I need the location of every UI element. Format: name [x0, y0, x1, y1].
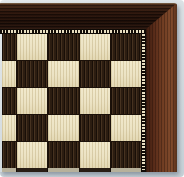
board-square-r3c2[interactable] — [17, 88, 47, 114]
board-square-r3c3[interactable] — [48, 88, 78, 114]
inlay-border-right — [141, 34, 146, 172]
board-frame-right-rail — [146, 3, 177, 172]
board-square-r3c4[interactable] — [80, 88, 110, 114]
board-square-r2c3[interactable] — [48, 61, 78, 87]
board-square-r1c1[interactable] — [2, 34, 16, 60]
board-square-r5c3[interactable] — [48, 142, 78, 168]
board-square-r4c3[interactable] — [48, 115, 78, 141]
board-edge-segment-5 — [111, 168, 141, 172]
board-square-r2c5[interactable] — [111, 61, 141, 87]
board-square-r2c2[interactable] — [17, 61, 47, 87]
board-square-r2c1[interactable] — [2, 61, 16, 87]
board-square-r5c4[interactable] — [80, 142, 110, 168]
board-square-r5c5[interactable] — [111, 142, 141, 168]
board-square-r5c2[interactable] — [17, 142, 47, 168]
board-edge-segment-3 — [48, 168, 78, 172]
board-square-r4c2[interactable] — [17, 115, 47, 141]
chessboard-photo — [0, 0, 184, 177]
inlay-border-top — [0, 29, 146, 34]
board-edge-segment-2 — [17, 168, 47, 172]
chessboard-grid — [2, 34, 141, 168]
board-bottom-side-edge — [2, 168, 141, 172]
board-square-r4c5[interactable] — [111, 115, 141, 141]
board-square-r2c4[interactable] — [80, 61, 110, 87]
board-edge-segment-1 — [2, 168, 16, 172]
board-square-r1c3[interactable] — [48, 34, 78, 60]
board-square-r4c4[interactable] — [80, 115, 110, 141]
chessboard — [0, 3, 177, 172]
board-square-r1c5[interactable] — [111, 34, 141, 60]
board-square-r1c4[interactable] — [80, 34, 110, 60]
board-square-r4c1[interactable] — [2, 115, 16, 141]
board-square-r1c2[interactable] — [17, 34, 47, 60]
board-edge-segment-4 — [80, 168, 110, 172]
board-square-r5c1[interactable] — [2, 142, 16, 168]
board-square-r3c5[interactable] — [111, 88, 141, 114]
board-square-r3c1[interactable] — [2, 88, 16, 114]
